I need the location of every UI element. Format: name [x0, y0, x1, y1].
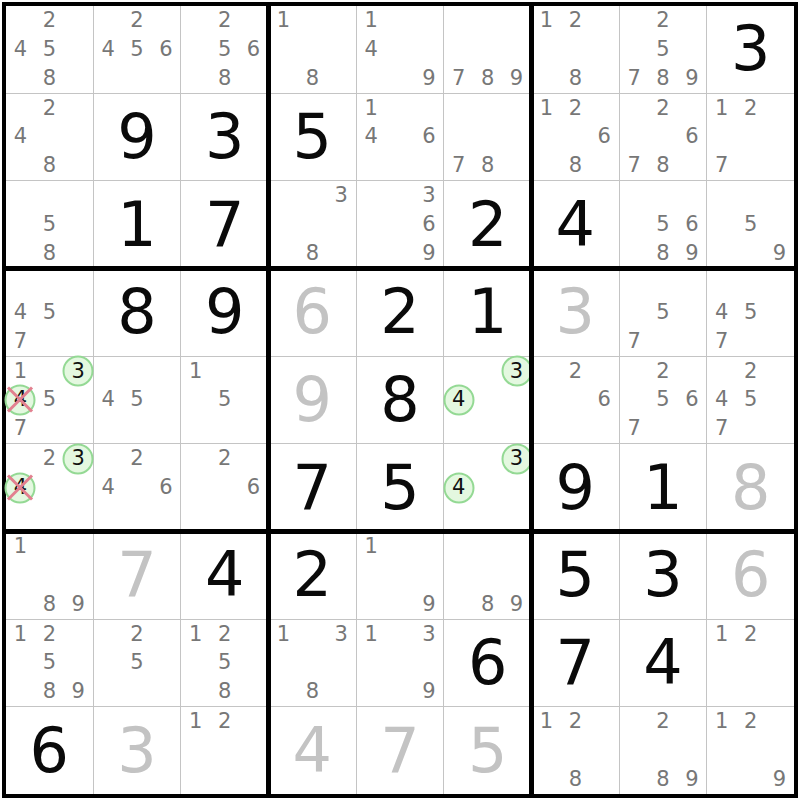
candidate-pos-6: [765, 298, 794, 327]
cell-r1c1[interactable]: 2458: [6, 6, 93, 93]
candidate-grid: 38: [269, 181, 356, 268]
candidate-2: 2: [130, 10, 143, 31]
candidate-5: 5: [744, 302, 757, 323]
candidate-pos-5: [473, 35, 502, 64]
candidate-pos-9: [327, 239, 356, 268]
cell-r1c8[interactable]: 25789: [620, 6, 707, 93]
candidate-pos-9: [590, 414, 619, 443]
candidate-pos-5: [473, 473, 502, 502]
cell-r1c6[interactable]: 789: [444, 6, 531, 93]
candidate-grid: 15: [181, 357, 268, 444]
candidate-pos-1: [181, 444, 210, 473]
candidate-pos-7: 7: [707, 151, 736, 180]
cell-r6c5[interactable]: 5: [357, 444, 444, 531]
candidate-grid: 138: [269, 620, 356, 707]
candidate-pos-7: [444, 414, 473, 443]
candidate-grid: 289: [620, 707, 707, 794]
candidate-grid: 26: [532, 357, 619, 444]
candidate-pos-5: [35, 561, 64, 590]
digit: 3: [707, 6, 794, 93]
candidate-pos-3: [327, 6, 356, 35]
cell-r9c1[interactable]: 6: [6, 707, 93, 794]
digit: 2: [444, 181, 531, 268]
candidate-pos-5: [35, 473, 64, 502]
cell-r4c4[interactable]: 6: [269, 269, 356, 356]
candidate-pos-4: 4: [94, 35, 123, 64]
candidate-pos-4: 4: [6, 298, 35, 327]
candidate-pos-6: [502, 35, 531, 64]
candidate-pos-5: 5: [123, 386, 152, 415]
candidate-grid: 45: [94, 357, 181, 444]
candidate-pos-5: [386, 123, 415, 152]
cell-r9c5[interactable]: 7: [357, 707, 444, 794]
candidate-pos-2: 2: [35, 444, 64, 473]
candidate-pos-1: 1: [181, 357, 210, 386]
candidate-pos-3: [677, 181, 706, 210]
candidate-pos-4: [444, 35, 473, 64]
candidate-pos-2: [386, 181, 415, 210]
candidate-pos-6: 6: [677, 386, 706, 415]
cell-r3c5[interactable]: 369: [357, 181, 444, 268]
candidate-pos-9: [590, 151, 619, 180]
candidate-pos-6: [64, 473, 93, 502]
candidate-pos-3: [677, 6, 706, 35]
cell-r6c3[interactable]: 26: [181, 444, 268, 531]
candidate-pos-5: 5: [649, 386, 678, 415]
cell-r2c2[interactable]: 9: [94, 94, 181, 181]
candidate-grid: 149: [357, 6, 444, 93]
cell-r7c5[interactable]: 19: [357, 532, 444, 619]
candidate-3: 3: [422, 624, 435, 645]
candidate-pos-5: [298, 649, 327, 678]
candidate-1: 1: [189, 624, 202, 645]
cell-r6c1[interactable]: 234: [6, 444, 93, 531]
candidate-pos-1: 1: [357, 94, 386, 123]
candidate-1: 1: [540, 10, 553, 31]
cell-r7c9[interactable]: 6: [707, 532, 794, 619]
cell-r8c4[interactable]: 138: [269, 620, 356, 707]
candidate-4: 4: [14, 477, 27, 498]
cell-r1c9[interactable]: 3: [707, 6, 794, 93]
cell-r6c8[interactable]: 1: [620, 444, 707, 531]
cell-r9c2[interactable]: 3: [94, 707, 181, 794]
candidate-pos-9: [64, 414, 93, 443]
digit: 1: [620, 444, 707, 531]
candidate-pos-8: [736, 151, 765, 180]
cell-r8c6[interactable]: 6: [444, 620, 531, 707]
candidate-pos-1: 1: [357, 620, 386, 649]
candidate-pos-8: [386, 590, 415, 619]
cell-r6c2[interactable]: 246: [94, 444, 181, 531]
cell-r9c6[interactable]: 5: [444, 707, 531, 794]
candidate-pos-5: [473, 123, 502, 152]
candidate-9: 9: [510, 594, 523, 615]
cell-r2c4[interactable]: 5: [269, 94, 356, 181]
candidate-3: 3: [72, 361, 85, 382]
candidate-pos-8: [210, 502, 239, 531]
candidate-pos-8: [35, 414, 64, 443]
candidate-pos-2: 2: [561, 6, 590, 35]
candidate-pos-7: [269, 239, 298, 268]
candidate-pos-4: [357, 561, 386, 590]
cell-r7c4[interactable]: 2: [269, 532, 356, 619]
candidate-pos-9: [64, 151, 93, 180]
candidate-pos-7: 7: [620, 327, 649, 356]
cell-r1c3[interactable]: 2568: [181, 6, 268, 93]
cell-r4c1[interactable]: 457: [6, 269, 93, 356]
candidate-pos-4: [620, 123, 649, 152]
cell-r9c8[interactable]: 289: [620, 707, 707, 794]
candidate-pos-8: [123, 64, 152, 93]
cell-r3c6[interactable]: 2: [444, 181, 531, 268]
candidate-pos-3: [590, 6, 619, 35]
candidate-pos-9: 9: [64, 590, 93, 619]
candidate-2: 2: [569, 361, 582, 382]
candidate-grid: 78: [444, 94, 531, 181]
candidate-grid: 2568: [181, 6, 268, 93]
candidate-pos-1: 1: [181, 620, 210, 649]
candidate-4: 4: [101, 389, 114, 410]
candidate-pos-9: 9: [502, 64, 531, 93]
candidate-grid: 12: [707, 620, 794, 707]
candidate-pos-1: [6, 444, 35, 473]
cell-r7c8[interactable]: 3: [620, 532, 707, 619]
candidate-pos-6: [765, 123, 794, 152]
cell-r3c7[interactable]: 4: [532, 181, 619, 268]
cell-r8c9[interactable]: 12: [707, 620, 794, 707]
candidate-4: 4: [452, 477, 465, 498]
candidate-pos-6: 6: [414, 210, 443, 239]
cell-r4c9[interactable]: 457: [707, 269, 794, 356]
candidate-pos-3: [414, 94, 443, 123]
candidate-pos-4: [181, 35, 210, 64]
candidate-grid: 127: [707, 94, 794, 181]
digit: 3: [620, 532, 707, 619]
candidate-3: 3: [510, 361, 523, 382]
candidate-pos-3: [151, 620, 180, 649]
candidate-pos-8: 8: [35, 151, 64, 180]
hint-digit: 6: [707, 532, 794, 619]
candidate-8: 8: [656, 769, 669, 790]
cell-r1c2[interactable]: 2456: [94, 6, 181, 93]
candidate-pos-9: [64, 502, 93, 531]
candidate-4: 4: [14, 126, 27, 147]
hint-digit: 7: [94, 532, 181, 619]
candidate-pos-8: [386, 64, 415, 93]
candidate-1: 1: [364, 10, 377, 31]
candidate-pos-3: [677, 94, 706, 123]
candidate-pos-6: [502, 561, 531, 590]
cell-r5c3[interactable]: 15: [181, 357, 268, 444]
candidate-pos-2: [35, 357, 64, 386]
cell-r7c2[interactable]: 7: [94, 532, 181, 619]
candidate-pos-7: 7: [444, 151, 473, 180]
candidate-pos-8: 8: [649, 151, 678, 180]
cell-r8c7[interactable]: 7: [532, 620, 619, 707]
candidate-grid: 26: [181, 444, 268, 531]
cell-r6c6[interactable]: 34: [444, 444, 531, 531]
candidate-pos-3: 3: [414, 620, 443, 649]
candidate-grid: 13457: [6, 357, 93, 444]
candidate-pos-2: [298, 620, 327, 649]
candidate-pos-1: [6, 6, 35, 35]
candidate-5: 5: [43, 652, 56, 673]
cell-r7c7[interactable]: 5: [532, 532, 619, 619]
candidate-pos-2: [35, 269, 64, 298]
candidate-1: 1: [715, 98, 728, 119]
cell-r3c9[interactable]: 59: [707, 181, 794, 268]
cell-r3c8[interactable]: 5689: [620, 181, 707, 268]
cell-r2c7[interactable]: 1268: [532, 94, 619, 181]
candidate-pos-4: [6, 210, 35, 239]
cell-r5c9[interactable]: 2457: [707, 357, 794, 444]
cell-r2c5[interactable]: 146: [357, 94, 444, 181]
candidate-pos-1: [444, 94, 473, 123]
candidate-pos-1: [620, 94, 649, 123]
cell-r7c3[interactable]: 4: [181, 532, 268, 619]
candidate-9: 9: [72, 594, 85, 615]
cell-r1c4[interactable]: 18: [269, 6, 356, 93]
candidate-pos-6: [239, 649, 268, 678]
cell-r2c3[interactable]: 3: [181, 94, 268, 181]
cell-r8c5[interactable]: 139: [357, 620, 444, 707]
cell-r5c4[interactable]: 9: [269, 357, 356, 444]
candidate-6: 6: [685, 126, 698, 147]
candidate-pos-2: 2: [736, 707, 765, 736]
candidate-pos-3: [151, 444, 180, 473]
candidate-pos-7: [620, 239, 649, 268]
cell-r8c3[interactable]: 1258: [181, 620, 268, 707]
candidate-pos-9: 9: [765, 765, 794, 794]
candidate-pos-5: 5: [210, 386, 239, 415]
cell-r5c5[interactable]: 8: [357, 357, 444, 444]
candidate-pos-2: 2: [35, 6, 64, 35]
cell-r6c9[interactable]: 8: [707, 444, 794, 531]
digit: 7: [181, 181, 268, 268]
candidate-pos-8: 8: [649, 239, 678, 268]
candidate-1: 1: [715, 711, 728, 732]
candidate-pos-2: [386, 620, 415, 649]
candidate-9: 9: [422, 681, 435, 702]
candidate-pos-3: 3: [64, 444, 93, 473]
candidate-pos-1: 1: [532, 94, 561, 123]
cell-r3c1[interactable]: 58: [6, 181, 93, 268]
cell-r4c6[interactable]: 1: [444, 269, 531, 356]
candidate-pos-7: [181, 765, 210, 794]
digit: 6: [6, 707, 93, 794]
candidate-pos-8: 8: [298, 677, 327, 706]
candidate-pos-5: [473, 561, 502, 590]
candidate-6: 6: [159, 39, 172, 60]
candidate-pos-6: [414, 561, 443, 590]
cell-r4c3[interactable]: 9: [181, 269, 268, 356]
candidate-pos-5: [473, 386, 502, 415]
candidate-1: 1: [364, 624, 377, 645]
candidate-2: 2: [656, 10, 669, 31]
candidate-pos-9: [327, 64, 356, 93]
candidate-pos-8: [386, 677, 415, 706]
candidate-pos-2: [649, 269, 678, 298]
cell-r7c6[interactable]: 89: [444, 532, 531, 619]
candidate-4: 4: [715, 389, 728, 410]
candidate-1: 1: [14, 624, 27, 645]
candidate-pos-1: 1: [269, 620, 298, 649]
cell-r2c6[interactable]: 78: [444, 94, 531, 181]
candidate-1: 1: [189, 711, 202, 732]
candidate-1: 1: [277, 10, 290, 31]
cell-r6c7[interactable]: 9: [532, 444, 619, 531]
cell-r5c2[interactable]: 45: [94, 357, 181, 444]
candidate-6: 6: [598, 389, 611, 410]
candidate-2: 2: [43, 10, 56, 31]
candidate-pos-8: 8: [210, 677, 239, 706]
cell-r4c8[interactable]: 57: [620, 269, 707, 356]
candidate-pos-2: [298, 181, 327, 210]
candidate-pos-2: 2: [123, 620, 152, 649]
candidate-pos-7: [357, 64, 386, 93]
candidate-pos-3: 3: [502, 357, 531, 386]
candidate-pos-5: 5: [736, 298, 765, 327]
candidate-pos-8: [35, 327, 64, 356]
candidate-pos-2: 2: [210, 707, 239, 736]
cell-r1c5[interactable]: 149: [357, 6, 444, 93]
cell-r2c1[interactable]: 248: [6, 94, 93, 181]
candidate-5: 5: [218, 389, 231, 410]
candidate-8: 8: [306, 68, 319, 89]
candidate-pos-9: 9: [765, 239, 794, 268]
cell-r8c8[interactable]: 4: [620, 620, 707, 707]
candidate-pos-7: [94, 502, 123, 531]
candidate-pos-9: 9: [414, 677, 443, 706]
candidate-7: 7: [452, 68, 465, 89]
candidate-pos-7: [269, 64, 298, 93]
candidate-pos-2: 2: [649, 94, 678, 123]
candidate-pos-7: [532, 64, 561, 93]
candidate-pos-2: [473, 444, 502, 473]
cell-r9c4[interactable]: 4: [269, 707, 356, 794]
cell-r3c3[interactable]: 7: [181, 181, 268, 268]
candidate-grid: 12: [181, 707, 268, 794]
candidate-pos-1: [620, 357, 649, 386]
candidate-pos-4: 4: [6, 35, 35, 64]
candidate-8: 8: [656, 155, 669, 176]
candidate-pos-4: 4: [94, 473, 123, 502]
candidate-pos-5: 5: [123, 35, 152, 64]
cell-r2c8[interactable]: 2678: [620, 94, 707, 181]
cell-r4c5[interactable]: 2: [357, 269, 444, 356]
candidate-pos-6: [502, 386, 531, 415]
cell-r8c1[interactable]: 12589: [6, 620, 93, 707]
candidate-pos-7: [181, 677, 210, 706]
candidate-pos-9: [765, 151, 794, 180]
cell-r4c7[interactable]: 3: [532, 269, 619, 356]
candidate-pos-6: [414, 649, 443, 678]
cell-r5c8[interactable]: 2567: [620, 357, 707, 444]
candidate-pos-9: [239, 502, 268, 531]
candidate-pos-5: [298, 210, 327, 239]
candidate-pos-3: [502, 6, 531, 35]
cell-r3c4[interactable]: 38: [269, 181, 356, 268]
candidate-pos-3: [414, 6, 443, 35]
hint-digit: 3: [532, 269, 619, 356]
candidate-pos-9: [64, 327, 93, 356]
cell-r1c7[interactable]: 128: [532, 6, 619, 93]
candidate-pos-9: [677, 327, 706, 356]
candidate-2: 2: [744, 624, 757, 645]
candidate-pos-9: [677, 151, 706, 180]
cell-r8c2[interactable]: 25: [94, 620, 181, 707]
box-divider-vertical-1: [266, 6, 271, 794]
cell-r6c4[interactable]: 7: [269, 444, 356, 531]
candidate-5: 5: [744, 389, 757, 410]
candidate-pos-7: [357, 590, 386, 619]
candidate-pos-9: 9: [414, 64, 443, 93]
box-divider-horizontal-2: [6, 529, 794, 534]
candidate-7: 7: [715, 331, 728, 352]
candidate-pos-5: [561, 386, 590, 415]
candidate-pos-9: [414, 151, 443, 180]
cell-r9c7[interactable]: 128: [532, 707, 619, 794]
candidate-pos-4: [444, 123, 473, 152]
candidate-8: 8: [43, 594, 56, 615]
candidate-pos-4: [181, 736, 210, 765]
candidate-1: 1: [277, 624, 290, 645]
digit: 7: [532, 620, 619, 707]
candidate-pos-1: [181, 6, 210, 35]
candidate-pos-5: 5: [35, 298, 64, 327]
candidate-pos-2: [473, 94, 502, 123]
candidate-grid: 5689: [620, 181, 707, 268]
candidate-pos-8: [210, 414, 239, 443]
cell-r7c1[interactable]: 189: [6, 532, 93, 619]
cell-r9c3[interactable]: 12: [181, 707, 268, 794]
candidate-pos-4: [620, 35, 649, 64]
candidate-pos-2: 2: [561, 94, 590, 123]
candidate-pos-4: 4: [6, 386, 35, 415]
candidate-9: 9: [773, 243, 786, 264]
candidate-5: 5: [656, 302, 669, 323]
cell-r5c1[interactable]: 13457: [6, 357, 93, 444]
candidate-pos-6: [502, 473, 531, 502]
candidate-8: 8: [656, 68, 669, 89]
hint-digit: 6: [269, 269, 356, 356]
candidate-pos-6: [327, 35, 356, 64]
cell-r5c6[interactable]: 34: [444, 357, 531, 444]
candidate-3: 3: [72, 448, 85, 469]
candidate-pos-9: 9: [64, 677, 93, 706]
candidate-pos-4: [707, 210, 736, 239]
cell-r4c2[interactable]: 8: [94, 269, 181, 356]
cell-r3c2[interactable]: 1: [94, 181, 181, 268]
cell-r9c9[interactable]: 129: [707, 707, 794, 794]
candidate-pos-6: [327, 210, 356, 239]
cell-r5c7[interactable]: 26: [532, 357, 619, 444]
candidate-pos-8: 8: [298, 239, 327, 268]
candidate-pos-1: [620, 269, 649, 298]
candidate-pos-8: [35, 502, 64, 531]
candidate-pos-1: 1: [707, 94, 736, 123]
candidate-pos-8: [736, 327, 765, 356]
candidate-pos-6: [239, 736, 268, 765]
candidate-9: 9: [685, 68, 698, 89]
candidate-pos-3: [677, 357, 706, 386]
candidate-pos-4: 4: [707, 386, 736, 415]
candidate-7: 7: [627, 68, 640, 89]
candidate-pos-8: [123, 502, 152, 531]
candidate-pos-7: [707, 239, 736, 268]
candidate-pos-7: 7: [6, 414, 35, 443]
cell-r2c9[interactable]: 127: [707, 94, 794, 181]
